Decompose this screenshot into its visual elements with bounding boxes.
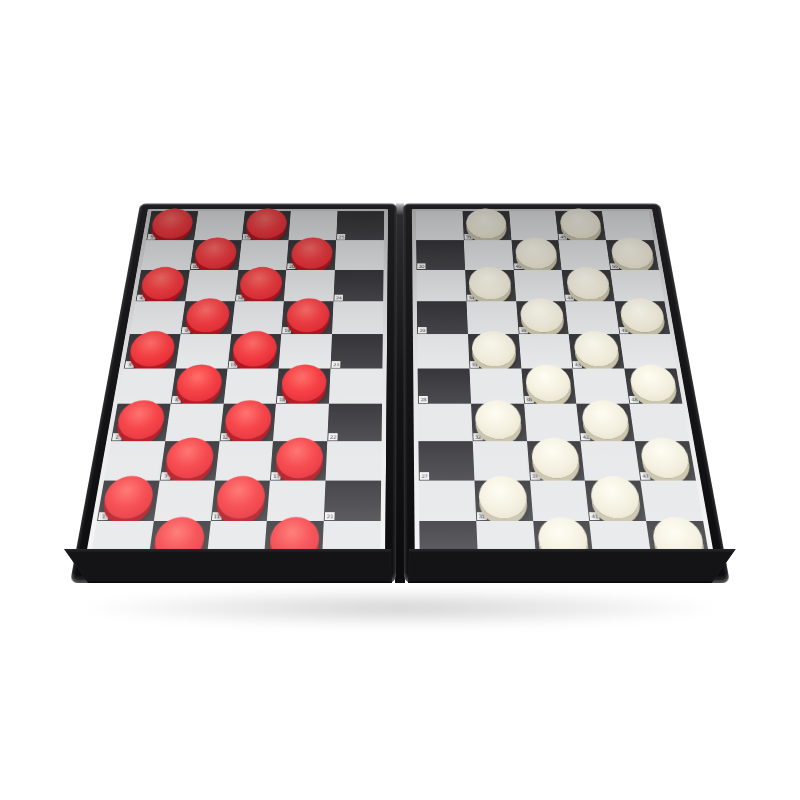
red-checker-piece[interactable]	[115, 400, 167, 439]
light-square-r4c5	[332, 301, 383, 334]
white-checker-piece[interactable]	[471, 331, 517, 367]
light-square-r1c2	[194, 211, 245, 240]
dark-square-r5c9[interactable]: 43	[569, 334, 624, 368]
square-number-tag: 27	[420, 472, 430, 480]
light-square-r8c1	[104, 441, 165, 480]
square-number-tag: 39	[519, 327, 528, 333]
square-number-tag: 30	[417, 264, 425, 270]
light-square-r4c7	[466, 301, 518, 334]
dark-square-r7c7[interactable]: 32	[471, 404, 527, 441]
dark-square-r2c6[interactable]: 30	[416, 240, 465, 270]
square-number-tag: 9	[181, 327, 190, 333]
square-number-tag: 25	[337, 234, 345, 240]
square-number-tag: 41	[590, 512, 601, 520]
red-checker-piece[interactable]	[275, 437, 324, 478]
dark-square-r3c7[interactable]: 34	[465, 270, 516, 301]
red-checker-piece[interactable]	[184, 298, 231, 332]
red-checker-piece[interactable]	[280, 365, 327, 402]
light-square-r8c3	[215, 441, 273, 480]
dark-square-r8c6[interactable]: 27	[418, 441, 474, 480]
dark-square-r6c4[interactable]: 18	[276, 368, 330, 404]
light-square-r1c6	[416, 211, 464, 240]
board-right-mat: 3545304050344429394933432838483242273747…	[412, 209, 717, 571]
red-checker-piece[interactable]	[231, 331, 278, 367]
square-number-tag: 29	[418, 327, 427, 333]
board-left-half: 5152510204142491931323818212227171112161…	[70, 204, 397, 583]
light-square-r9c6	[419, 480, 476, 521]
dark-square-r3c5[interactable]: 24	[334, 270, 384, 301]
red-checker-piece[interactable]	[101, 476, 155, 519]
light-square-r2c3	[238, 240, 289, 270]
dark-square-r2c2[interactable]: 10	[190, 240, 242, 270]
dark-square-r1c5[interactable]: 25	[336, 211, 384, 240]
light-square-r8c5	[326, 441, 382, 480]
red-checker-piece[interactable]	[128, 331, 177, 367]
light-square-r1c8	[509, 211, 559, 240]
square-number-tag: 34	[467, 295, 476, 301]
dark-square-r1c3[interactable]: 15	[241, 211, 291, 240]
light-square-r7c6	[418, 404, 473, 441]
light-square-r1c10	[602, 211, 654, 240]
light-square-r5c8	[518, 334, 572, 368]
dark-square-r7c1[interactable]: 2	[111, 404, 170, 441]
red-checker-piece[interactable]	[150, 208, 195, 238]
light-square-r4c3	[231, 301, 284, 334]
light-square-r7c4	[273, 404, 329, 441]
dark-square-r7c9[interactable]: 42	[577, 404, 635, 441]
light-square-r2c9	[559, 240, 611, 270]
dark-square-r8c2[interactable]: 7	[160, 441, 220, 480]
square-number-tag: 35	[464, 234, 472, 240]
square-number-tag: 23	[332, 361, 341, 368]
square-number-tag: 43	[573, 361, 583, 368]
light-square-r6c7	[469, 368, 523, 404]
square-number-tag: 13	[228, 361, 237, 368]
red-checker-piece[interactable]	[164, 437, 216, 478]
square-number-tag: 11	[211, 512, 221, 520]
dark-square-r6c2[interactable]: 8	[170, 368, 227, 404]
light-square-r4c9	[565, 301, 619, 334]
square-number-tag: 18	[277, 396, 286, 403]
dark-square-r7c3[interactable]: 12	[219, 404, 276, 441]
checker-grid-left: 5152510204142491931323818212227171112161…	[89, 211, 384, 564]
case-front-side-left	[64, 549, 392, 583]
red-checker-piece[interactable]	[215, 476, 267, 519]
white-checker-piece[interactable]	[468, 267, 512, 300]
red-checker-piece[interactable]	[290, 237, 333, 268]
dark-square-r9c9[interactable]: 41	[585, 480, 646, 521]
product-photo-stage: 5152510204142491931323818212227171112161…	[0, 0, 800, 800]
square-number-tag: 33	[470, 361, 479, 368]
light-square-r5c10	[620, 334, 677, 368]
checker-grid-right: 3545304050344429394933432838483242273747…	[416, 211, 711, 564]
light-square-r5c2	[176, 334, 231, 368]
light-square-r6c5	[329, 368, 382, 404]
light-square-r9c8	[530, 480, 590, 521]
light-square-r1c4	[289, 211, 338, 240]
square-number-tag: 22	[328, 433, 337, 440]
square-number-tag: 7	[161, 472, 171, 480]
dark-square-r6c10[interactable]: 48	[624, 368, 682, 404]
square-number-tag: 20	[287, 264, 296, 270]
square-number-tag: 2	[112, 433, 122, 440]
light-square-r7c8	[524, 404, 581, 441]
dark-square-r3c9[interactable]: 44	[562, 270, 615, 301]
light-square-r6c3	[223, 368, 279, 404]
white-checker-piece[interactable]	[466, 208, 508, 238]
square-number-tag: 28	[419, 396, 428, 403]
dark-square-r9c7[interactable]: 31	[474, 480, 533, 521]
dark-square-r5c7[interactable]: 33	[468, 334, 521, 368]
light-square-r2c1	[141, 240, 194, 270]
dark-square-r2c10[interactable]: 50	[606, 240, 659, 270]
light-square-r9c4	[267, 480, 326, 521]
square-number-tag: 14	[236, 295, 245, 301]
square-number-tag: 50	[610, 264, 619, 270]
square-number-tag: 40	[514, 264, 523, 270]
red-checker-piece[interactable]	[193, 237, 238, 268]
light-square-r2c5	[335, 240, 384, 270]
square-number-tag: 31	[477, 512, 487, 520]
dark-square-r5c5[interactable]: 23	[331, 334, 383, 368]
dark-square-r7c5[interactable]: 22	[327, 404, 382, 441]
dark-square-r1c1[interactable]: 5	[146, 211, 198, 240]
light-square-r5c4	[279, 334, 332, 368]
dark-square-r5c1[interactable]: 3	[124, 334, 181, 368]
light-square-r3c6	[416, 270, 466, 301]
square-number-tag: 10	[190, 264, 199, 270]
light-square-r3c2	[185, 270, 238, 301]
dark-square-r6c8[interactable]: 38	[521, 368, 577, 404]
dark-square-r4c10[interactable]: 49	[615, 301, 670, 334]
square-number-tag: 3	[125, 361, 135, 368]
light-square-r6c1	[118, 368, 176, 404]
red-checker-piece[interactable]	[175, 365, 224, 402]
dark-square-r9c5[interactable]: 21	[324, 480, 381, 521]
square-number-tag: 44	[565, 295, 574, 301]
square-number-tag: 21	[325, 512, 335, 520]
square-number-tag: 49	[619, 327, 628, 333]
light-square-r5c6	[417, 334, 469, 368]
light-square-r9c2	[154, 480, 215, 521]
light-square-r9c10	[640, 480, 703, 521]
square-number-tag: 37	[530, 472, 540, 480]
folding-checkers-board: 5152510204142491931323818212227171112161…	[70, 204, 730, 583]
square-number-tag: 19	[283, 327, 292, 333]
square-number-tag: 38	[524, 396, 534, 403]
dark-square-r2c8[interactable]: 40	[511, 240, 562, 270]
dark-square-r6c6[interactable]: 28	[418, 368, 471, 404]
red-checker-piece[interactable]	[238, 267, 283, 300]
square-number-tag: 8	[171, 396, 181, 403]
dark-square-r3c3[interactable]: 14	[235, 270, 287, 301]
dark-square-r4c4[interactable]: 19	[282, 301, 334, 334]
light-square-r6c9	[573, 368, 630, 404]
dark-square-r8c4[interactable]: 17	[270, 441, 327, 480]
square-number-tag: 32	[473, 433, 483, 440]
red-checker-piece[interactable]	[140, 267, 187, 300]
square-number-tag: 45	[559, 234, 568, 240]
dark-square-r4c6[interactable]: 29	[417, 301, 468, 334]
light-square-r3c10	[610, 270, 664, 301]
square-number-tag: 15	[242, 234, 251, 240]
light-square-r8c7	[473, 441, 530, 480]
dark-square-r8c10[interactable]: 47	[635, 441, 696, 480]
red-checker-piece[interactable]	[286, 298, 331, 332]
case-front-side-right	[408, 549, 736, 583]
dark-square-r4c8[interactable]: 39	[516, 301, 569, 334]
dark-square-r4c2[interactable]: 9	[180, 301, 234, 334]
dark-square-r9c3[interactable]: 11	[210, 480, 270, 521]
dark-square-r9c1[interactable]: 1	[97, 480, 160, 521]
dark-square-r2c4[interactable]: 20	[287, 240, 337, 270]
board-left-mat: 5152510204142491931323818212227171112161…	[83, 209, 388, 571]
dark-square-r1c7[interactable]: 35	[462, 211, 511, 240]
light-square-r7c10	[630, 404, 689, 441]
perspective-scene: 5152510204142491931323818212227171112161…	[70, 0, 730, 800]
square-number-tag: 5	[147, 234, 156, 240]
light-square-r4c1	[130, 301, 185, 334]
light-square-r3c4	[284, 270, 335, 301]
dark-square-r3c1[interactable]: 4	[136, 270, 190, 301]
square-number-tag: 17	[271, 472, 281, 480]
square-number-tag: 12	[220, 433, 230, 440]
square-number-tag: 24	[335, 295, 344, 301]
square-number-tag: 1	[98, 512, 109, 520]
square-number-tag: 4	[137, 295, 146, 301]
light-square-r7c2	[165, 404, 223, 441]
square-number-tag: 42	[581, 433, 591, 440]
red-checker-piece[interactable]	[245, 208, 288, 238]
dark-square-r8c8[interactable]: 37	[527, 441, 585, 480]
dark-square-r1c9[interactable]: 45	[555, 211, 606, 240]
board-right-half: 3545304050344429394933432838483242273747…	[403, 204, 730, 583]
light-square-r3c8	[513, 270, 565, 301]
light-square-r2c7	[464, 240, 514, 270]
square-number-tag: 47	[640, 472, 650, 480]
red-checker-piece[interactable]	[223, 400, 272, 439]
light-square-r8c9	[581, 441, 641, 480]
square-number-tag: 48	[629, 396, 639, 403]
dark-square-r5c3[interactable]: 13	[227, 334, 281, 368]
